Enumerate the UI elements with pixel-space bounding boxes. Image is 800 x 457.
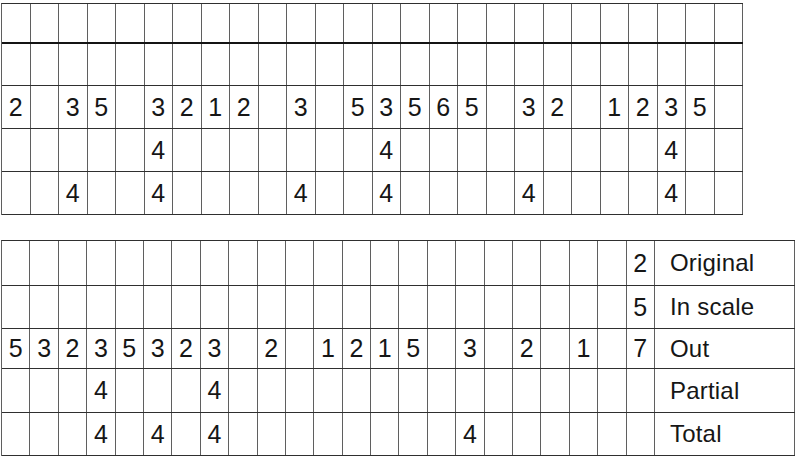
cell (570, 241, 598, 285)
cell (544, 172, 573, 214)
cell: 5 (458, 86, 487, 128)
cell: 5 (2, 329, 30, 368)
cell (229, 241, 257, 285)
cell (373, 4, 402, 42)
cell: 3 (145, 86, 174, 128)
cell (202, 172, 231, 214)
grid-row: 444 (2, 129, 743, 172)
cell (286, 329, 314, 368)
cell (629, 4, 658, 42)
cell (116, 241, 144, 285)
cell (316, 129, 345, 171)
cell: 1 (601, 86, 630, 128)
cell (144, 369, 172, 412)
worksheet-page: 2353212353565321235444444444 2Original5I… (0, 0, 800, 457)
cell (401, 4, 430, 42)
cell (401, 44, 430, 85)
cell (627, 413, 655, 455)
cell (428, 413, 456, 455)
cell (31, 129, 60, 171)
cell: 3 (456, 329, 484, 368)
cell (229, 369, 257, 412)
cell: 5 (399, 329, 427, 368)
cell (173, 129, 202, 171)
cell (259, 4, 288, 42)
cell: 1 (570, 329, 598, 368)
cell (373, 44, 402, 85)
cell (430, 4, 459, 42)
cell: 6 (430, 86, 459, 128)
cell (715, 86, 744, 128)
cell (229, 329, 257, 368)
cell (399, 369, 427, 412)
cell (286, 286, 314, 328)
cell (258, 286, 286, 328)
cell (428, 286, 456, 328)
cell (715, 129, 744, 171)
cell (30, 286, 58, 328)
cell: 1 (371, 329, 399, 368)
cell (230, 4, 259, 42)
cell (487, 129, 516, 171)
cell (2, 286, 30, 328)
cell (401, 172, 430, 214)
cell (31, 86, 60, 128)
cell (2, 172, 31, 214)
cell (343, 369, 371, 412)
cell (230, 129, 259, 171)
grid-row: 2353212353565321235 (2, 86, 743, 129)
cell (30, 241, 58, 285)
cell (598, 413, 626, 455)
cell (116, 413, 144, 455)
cell (343, 241, 371, 285)
cell (601, 4, 630, 42)
cell (173, 4, 202, 42)
cell: 4 (201, 413, 229, 455)
cell (229, 413, 257, 455)
cell (715, 4, 744, 42)
cell (145, 44, 174, 85)
cell (456, 241, 484, 285)
cell (458, 4, 487, 42)
cell (259, 172, 288, 214)
cell (230, 172, 259, 214)
cell (30, 369, 58, 412)
cell (572, 129, 601, 171)
cell (598, 286, 626, 328)
cell (430, 172, 459, 214)
cell: 4 (515, 172, 544, 214)
cell (513, 286, 541, 328)
cell: 1 (202, 86, 231, 128)
cell (371, 369, 399, 412)
grid-row: 5In scale (2, 286, 795, 329)
cell (316, 44, 345, 85)
cell (116, 4, 145, 42)
cell (658, 44, 687, 85)
cell (456, 286, 484, 328)
cell (371, 241, 399, 285)
cell (202, 129, 231, 171)
cell (487, 4, 516, 42)
cell (88, 172, 117, 214)
cell (572, 172, 601, 214)
cell (513, 241, 541, 285)
cell (513, 369, 541, 412)
cell (572, 86, 601, 128)
cell (598, 329, 626, 368)
row-label: In scale (655, 286, 795, 328)
cell (541, 413, 569, 455)
row-label: Partial (655, 369, 795, 412)
cell (116, 369, 144, 412)
cell (629, 129, 658, 171)
cell (428, 369, 456, 412)
cell: 2 (2, 86, 31, 128)
cell (88, 44, 117, 85)
row-label: Original (655, 241, 795, 285)
cell: 4 (144, 413, 172, 455)
cell (144, 241, 172, 285)
cell: 3 (201, 329, 229, 368)
cell: 4 (145, 129, 174, 171)
cell (59, 241, 87, 285)
cell (513, 413, 541, 455)
cell (541, 329, 569, 368)
cell (572, 4, 601, 42)
cell: 5 (686, 86, 715, 128)
bottom-summary-grid: 2Original5In scale53235323212153217Out44… (1, 240, 795, 456)
cell (570, 286, 598, 328)
cell: 2 (629, 86, 658, 128)
cell (487, 44, 516, 85)
cell (627, 369, 655, 412)
row-label: Total (655, 413, 795, 455)
cell (259, 129, 288, 171)
cell (59, 129, 88, 171)
cell (458, 172, 487, 214)
cell (31, 172, 60, 214)
grid-row: 44Partial (2, 369, 795, 413)
cell (399, 413, 427, 455)
cell: 2 (230, 86, 259, 128)
cell (30, 413, 58, 455)
cell (487, 86, 516, 128)
cell (487, 172, 516, 214)
cell (88, 129, 117, 171)
cell (485, 329, 513, 368)
cell (715, 172, 744, 214)
cell (258, 369, 286, 412)
cell (428, 241, 456, 285)
cell (145, 4, 174, 42)
cell (570, 413, 598, 455)
cell (601, 129, 630, 171)
cell (202, 4, 231, 42)
cell: 5 (344, 86, 373, 128)
cell (314, 241, 342, 285)
cell (314, 286, 342, 328)
cell: 4 (87, 369, 115, 412)
cell (314, 413, 342, 455)
cell: 5 (627, 286, 655, 328)
cell (541, 241, 569, 285)
cell: 3 (59, 86, 88, 128)
cell (371, 286, 399, 328)
cell: 2 (258, 329, 286, 368)
cell: 1 (314, 329, 342, 368)
cell (259, 44, 288, 85)
cell (629, 44, 658, 85)
cell: 3 (144, 329, 172, 368)
cell: 4 (87, 413, 115, 455)
cell: 4 (287, 172, 316, 214)
cell: 4 (456, 413, 484, 455)
cell (230, 44, 259, 85)
cell (485, 241, 513, 285)
cell (541, 369, 569, 412)
grid-row: 53235323212153217Out (2, 329, 795, 369)
cell (515, 129, 544, 171)
cell: 5 (401, 86, 430, 128)
cell (172, 369, 200, 412)
cell (601, 44, 630, 85)
row-label: Out (655, 329, 795, 368)
cell: 2 (513, 329, 541, 368)
cell (399, 286, 427, 328)
cell (485, 286, 513, 328)
cell (316, 4, 345, 42)
cell (2, 369, 30, 412)
cell (173, 44, 202, 85)
cell (544, 44, 573, 85)
cell: 2 (172, 329, 200, 368)
cell (59, 413, 87, 455)
cell (601, 172, 630, 214)
cell (485, 369, 513, 412)
cell (287, 44, 316, 85)
grid-row (2, 4, 743, 44)
cell (172, 286, 200, 328)
cell (428, 329, 456, 368)
cell: 2 (544, 86, 573, 128)
cell: 3 (658, 86, 687, 128)
cell: 3 (515, 86, 544, 128)
grid-row: 2Original (2, 241, 795, 286)
cell: 2 (173, 86, 202, 128)
cell (541, 286, 569, 328)
cell (144, 286, 172, 328)
cell (658, 4, 687, 42)
cell (715, 44, 744, 85)
cell (343, 286, 371, 328)
cell (2, 241, 30, 285)
cell (344, 44, 373, 85)
cell (2, 44, 31, 85)
cell (116, 44, 145, 85)
cell (456, 369, 484, 412)
cell (59, 4, 88, 42)
cell (59, 286, 87, 328)
cell (430, 44, 459, 85)
top-tally-grid: 2353212353565321235444444444 (1, 3, 743, 215)
cell (116, 86, 145, 128)
cell (629, 172, 658, 214)
cell (458, 44, 487, 85)
cell: 3 (287, 86, 316, 128)
cell (2, 413, 30, 455)
cell (59, 369, 87, 412)
cell (88, 4, 117, 42)
cell: 5 (116, 329, 144, 368)
cell (2, 129, 31, 171)
cell (201, 286, 229, 328)
cell (570, 369, 598, 412)
cell (544, 4, 573, 42)
cell (515, 4, 544, 42)
cell: 4 (59, 172, 88, 214)
cell: 3 (87, 329, 115, 368)
cell (31, 4, 60, 42)
cell (173, 172, 202, 214)
cell (686, 44, 715, 85)
cell: 4 (658, 172, 687, 214)
cell (485, 413, 513, 455)
grid-row (2, 44, 743, 86)
cell (544, 129, 573, 171)
grid-row: 4444Total (2, 413, 795, 456)
cell (202, 44, 231, 85)
cell (316, 172, 345, 214)
cell (172, 241, 200, 285)
cell: 4 (201, 369, 229, 412)
cell (343, 413, 371, 455)
cell (286, 241, 314, 285)
grid-row: 444444 (2, 172, 743, 215)
cell (344, 129, 373, 171)
cell (458, 129, 487, 171)
cell: 4 (373, 172, 402, 214)
cell: 5 (88, 86, 117, 128)
cell (430, 129, 459, 171)
cell (229, 286, 257, 328)
cell (686, 129, 715, 171)
cell (598, 369, 626, 412)
cell (287, 129, 316, 171)
cell (116, 286, 144, 328)
cell (258, 413, 286, 455)
cell (686, 172, 715, 214)
cell: 4 (658, 129, 687, 171)
cell: 4 (373, 129, 402, 171)
cell (371, 413, 399, 455)
cell (116, 129, 145, 171)
cell (201, 241, 229, 285)
cell (572, 44, 601, 85)
cell: 2 (343, 329, 371, 368)
cell (316, 86, 345, 128)
cell (286, 413, 314, 455)
cell (344, 172, 373, 214)
cell (258, 241, 286, 285)
cell (399, 241, 427, 285)
cell (287, 4, 316, 42)
cell: 7 (627, 329, 655, 368)
cell (259, 86, 288, 128)
cell (59, 44, 88, 85)
cell: 2 (627, 241, 655, 285)
cell (87, 241, 115, 285)
cell: 4 (145, 172, 174, 214)
cell (2, 4, 31, 42)
cell (515, 44, 544, 85)
cell: 3 (30, 329, 58, 368)
cell (686, 4, 715, 42)
cell (286, 369, 314, 412)
cell: 2 (59, 329, 87, 368)
cell (31, 44, 60, 85)
cell (598, 241, 626, 285)
cell (401, 129, 430, 171)
cell (314, 369, 342, 412)
cell: 3 (373, 86, 402, 128)
cell (87, 286, 115, 328)
cell (116, 172, 145, 214)
cell (172, 413, 200, 455)
cell (344, 4, 373, 42)
